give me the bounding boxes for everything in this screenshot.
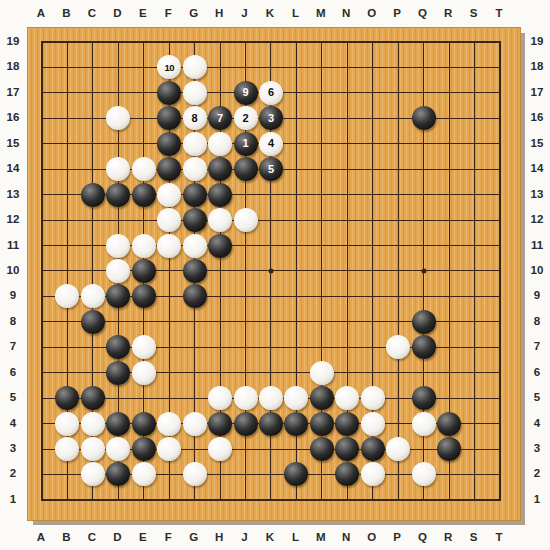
stone-white xyxy=(81,462,105,486)
stone-black xyxy=(335,412,359,436)
coord-label-left: 1 xyxy=(10,493,16,505)
stone-white xyxy=(81,437,105,461)
coord-label-right: 16 xyxy=(531,111,544,123)
stone-black xyxy=(412,310,436,334)
coord-label-left: 5 xyxy=(10,391,16,403)
move-number: 10 xyxy=(164,63,174,73)
stone-black xyxy=(310,412,334,436)
coord-label-left: 10 xyxy=(7,264,20,276)
coord-label-bottom: P xyxy=(393,531,401,543)
coord-label-left: 19 xyxy=(7,35,20,47)
go-board[interactable]: 10968723145 xyxy=(27,27,521,521)
stone-white: 4 xyxy=(259,132,283,156)
stone-white xyxy=(106,234,130,258)
coord-label-bottom: G xyxy=(189,531,198,543)
coord-label-top: N xyxy=(342,7,350,19)
stone-white xyxy=(106,437,130,461)
stone-white xyxy=(157,183,181,207)
stone-white xyxy=(55,437,79,461)
coord-label-top: B xyxy=(62,7,70,19)
stone-black xyxy=(310,386,334,410)
stone-black xyxy=(132,412,156,436)
move-number: 4 xyxy=(268,138,274,149)
stone-white xyxy=(361,462,385,486)
stone-black xyxy=(81,386,105,410)
stone-black xyxy=(208,183,232,207)
stone-white xyxy=(55,284,79,308)
coord-label-right: 9 xyxy=(534,289,540,301)
coord-label-top: Q xyxy=(418,7,427,19)
stone-black: 3 xyxy=(259,106,283,130)
coord-label-right: 13 xyxy=(531,188,544,200)
coord-label-left: 6 xyxy=(10,366,16,378)
stone-white xyxy=(208,386,232,410)
move-number: 9 xyxy=(242,87,248,98)
coord-label-right: 19 xyxy=(531,35,544,47)
coord-label-bottom: A xyxy=(37,531,45,543)
coord-label-left: 15 xyxy=(7,137,20,149)
stone-white xyxy=(132,157,156,181)
coord-label-right: 15 xyxy=(531,137,544,149)
coord-label-top: O xyxy=(367,7,376,19)
stone-white xyxy=(361,412,385,436)
coord-label-bottom: L xyxy=(292,531,299,543)
coord-label-top: K xyxy=(266,7,274,19)
stone-black xyxy=(183,284,207,308)
stone-white xyxy=(157,412,181,436)
stone-white xyxy=(183,81,207,105)
coord-label-top: P xyxy=(393,7,401,19)
coord-label-bottom: O xyxy=(367,531,376,543)
coord-label-left: 12 xyxy=(7,213,20,225)
stone-white xyxy=(310,361,334,385)
stone-black xyxy=(157,81,181,105)
coord-label-top: F xyxy=(165,7,172,19)
stone-black xyxy=(234,157,258,181)
stone-black xyxy=(208,234,232,258)
stone-white xyxy=(234,208,258,232)
stone-black xyxy=(106,335,130,359)
coord-label-right: 17 xyxy=(531,86,544,98)
coord-label-right: 4 xyxy=(534,417,540,429)
coord-label-right: 18 xyxy=(531,60,544,72)
coord-label-left: 8 xyxy=(10,315,16,327)
coord-label-bottom: K xyxy=(266,531,274,543)
go-diagram: 10968723145 AABBCCDDEEFFGGHHJJKKLLMMNNOO… xyxy=(0,0,550,550)
stone-white xyxy=(55,412,79,436)
stone-black xyxy=(106,284,130,308)
coord-label-bottom: M xyxy=(316,531,326,543)
coord-label-right: 14 xyxy=(531,162,544,174)
stone-black xyxy=(106,361,130,385)
stone-black xyxy=(208,412,232,436)
stone-white: 10 xyxy=(157,55,181,79)
coord-label-bottom: D xyxy=(113,531,121,543)
stone-black xyxy=(310,437,334,461)
stone-white xyxy=(183,462,207,486)
stone-black xyxy=(183,208,207,232)
coord-label-bottom: Q xyxy=(418,531,427,543)
coord-label-left: 11 xyxy=(7,239,19,251)
coord-label-left: 2 xyxy=(10,467,16,479)
move-number: 8 xyxy=(192,113,198,124)
coord-label-right: 8 xyxy=(534,315,540,327)
coord-label-right: 3 xyxy=(534,442,540,454)
coord-label-right: 7 xyxy=(534,340,540,352)
coord-label-left: 13 xyxy=(7,188,20,200)
coord-label-bottom: N xyxy=(342,531,350,543)
move-number: 7 xyxy=(217,113,223,124)
stone-white: 8 xyxy=(183,106,207,130)
coord-label-bottom: B xyxy=(62,531,70,543)
stone-white xyxy=(157,437,181,461)
stone-black xyxy=(284,412,308,436)
stone-black xyxy=(208,157,232,181)
stone-white xyxy=(132,462,156,486)
stone-black xyxy=(55,386,79,410)
stone-white xyxy=(106,259,130,283)
stone-white xyxy=(183,132,207,156)
coord-label-top: H xyxy=(215,7,223,19)
coord-label-top: S xyxy=(470,7,478,19)
stone-black: 7 xyxy=(208,106,232,130)
stone-white xyxy=(208,132,232,156)
stone-white xyxy=(106,157,130,181)
stone-black xyxy=(157,106,181,130)
coord-label-top: J xyxy=(241,7,247,19)
stone-white xyxy=(386,437,410,461)
coord-label-left: 9 xyxy=(10,289,16,301)
coord-label-left: 7 xyxy=(10,340,16,352)
stone-black xyxy=(259,412,283,436)
stone-white xyxy=(157,208,181,232)
coord-label-bottom: H xyxy=(215,531,223,543)
move-number: 1 xyxy=(242,138,248,149)
stone-white xyxy=(106,106,130,130)
stone-black xyxy=(183,259,207,283)
coord-label-right: 1 xyxy=(534,493,540,505)
stone-black xyxy=(106,183,130,207)
star-point xyxy=(268,268,273,273)
coord-label-left: 16 xyxy=(7,111,20,123)
coord-label-left: 14 xyxy=(7,162,20,174)
stone-white xyxy=(386,335,410,359)
stone-white xyxy=(132,335,156,359)
stone-black xyxy=(81,310,105,334)
stone-black xyxy=(132,183,156,207)
coord-label-bottom: C xyxy=(88,531,96,543)
coord-label-right: 12 xyxy=(531,213,544,225)
stone-white xyxy=(81,284,105,308)
stone-black xyxy=(81,183,105,207)
stone-white xyxy=(81,412,105,436)
coord-label-right: 10 xyxy=(531,264,544,276)
stone-white xyxy=(132,361,156,385)
coord-label-bottom: J xyxy=(241,531,247,543)
coord-label-right: 5 xyxy=(534,391,540,403)
coord-label-left: 4 xyxy=(10,417,16,429)
coord-label-bottom: T xyxy=(495,531,502,543)
stone-white xyxy=(157,234,181,258)
stone-black xyxy=(157,157,181,181)
stone-black xyxy=(106,412,130,436)
coord-label-top: C xyxy=(88,7,96,19)
stone-white xyxy=(234,386,258,410)
stone-black xyxy=(412,106,436,130)
stone-white xyxy=(259,386,283,410)
stone-black xyxy=(183,183,207,207)
stone-black xyxy=(234,412,258,436)
stone-white xyxy=(183,55,207,79)
stone-white xyxy=(183,412,207,436)
stone-black xyxy=(132,284,156,308)
coord-label-top: D xyxy=(113,7,121,19)
stone-black xyxy=(361,437,385,461)
stone-white: 6 xyxy=(259,81,283,105)
move-number: 2 xyxy=(242,113,248,124)
stone-black xyxy=(106,462,130,486)
stone-black xyxy=(437,437,461,461)
stone-black: 1 xyxy=(234,132,258,156)
move-number: 5 xyxy=(268,164,274,175)
stone-white xyxy=(208,208,232,232)
coord-label-top: L xyxy=(292,7,299,19)
star-point xyxy=(421,268,426,273)
stone-white xyxy=(361,386,385,410)
stone-white xyxy=(412,412,436,436)
stone-black xyxy=(335,437,359,461)
coord-label-right: 6 xyxy=(534,366,540,378)
stone-black xyxy=(437,412,461,436)
stone-white xyxy=(335,386,359,410)
move-number: 3 xyxy=(268,113,274,124)
coord-label-top: T xyxy=(495,7,502,19)
coord-label-left: 17 xyxy=(7,86,20,98)
stone-white xyxy=(284,386,308,410)
coord-label-bottom: F xyxy=(165,531,172,543)
stone-black xyxy=(335,462,359,486)
coord-label-bottom: S xyxy=(470,531,478,543)
stone-white xyxy=(208,437,232,461)
stone-white xyxy=(183,234,207,258)
stone-black: 5 xyxy=(259,157,283,181)
coord-label-bottom: E xyxy=(139,531,147,543)
coord-label-right: 11 xyxy=(531,239,543,251)
stone-white xyxy=(183,157,207,181)
coord-label-left: 3 xyxy=(10,442,16,454)
coord-label-top: M xyxy=(316,7,326,19)
stone-white xyxy=(132,234,156,258)
stone-white: 2 xyxy=(234,106,258,130)
coord-label-top: E xyxy=(139,7,147,19)
stone-black xyxy=(132,437,156,461)
stone-black xyxy=(412,386,436,410)
stone-black xyxy=(157,132,181,156)
move-number: 6 xyxy=(268,87,274,98)
coord-label-top: A xyxy=(37,7,45,19)
coord-label-top: G xyxy=(189,7,198,19)
stone-black xyxy=(284,462,308,486)
coord-label-bottom: R xyxy=(444,531,452,543)
stone-white xyxy=(412,462,436,486)
stone-black: 9 xyxy=(234,81,258,105)
coord-label-top: R xyxy=(444,7,452,19)
stone-black xyxy=(132,259,156,283)
stone-black xyxy=(412,335,436,359)
coord-label-left: 18 xyxy=(7,60,20,72)
coord-label-right: 2 xyxy=(534,467,540,479)
